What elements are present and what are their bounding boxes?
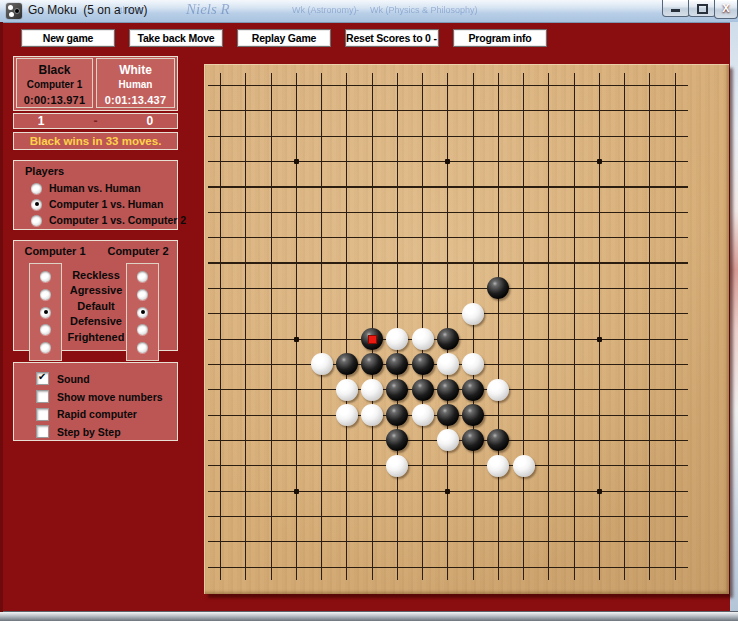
star-point [294,159,299,164]
options-group: SoundShow move numbersRapid computerStep… [13,362,178,441]
computer1-level-radio-default[interactable] [40,307,51,318]
toolbar-button-program-info[interactable]: Program info [453,29,547,47]
app-icon [6,3,22,19]
white-stone [412,328,434,350]
player-info-panel: Black Computer 1 0:00:13.971 White Human… [13,56,178,111]
level-label-defensive: Defensive [66,314,126,329]
window-left-border [0,22,3,612]
checkbox-show-move-numbers[interactable] [36,390,49,403]
window-bottom-border [0,611,738,621]
computer2-level-radio-reckless[interactable] [137,271,148,282]
players-options: Human vs. HumanComputer 1 vs. HumanCompu… [14,180,177,228]
black-player-box: Black Computer 1 0:00:13.971 [16,58,93,108]
black-stone [386,353,408,375]
computer1-header: Computer 1 [20,245,90,257]
black-stone [412,353,434,375]
black-player-name: Black [17,63,92,77]
toolbar-button-reset-scores-to-0-0[interactable]: Reset Scores to 0 - 0 [345,29,439,47]
checkbox-sound[interactable] [36,372,49,385]
white-stone [361,404,383,426]
players-radio-0[interactable] [31,183,42,194]
white-stone [487,379,509,401]
white-stone [513,455,535,477]
ghost-title: Wk (Physics & Philosophy) [370,5,478,15]
players-radio-2[interactable] [31,215,42,226]
option-label: Sound [57,373,90,385]
black-stone [437,328,459,350]
computer1-level-radio-reckless[interactable] [40,271,51,282]
white-stone [462,303,484,325]
result-message-box: Black wins in 33 moves. [13,132,178,150]
level-label-frightened: Frightened [66,330,126,345]
players-group-label: Players [25,165,64,177]
board-grid[interactable] [208,73,688,580]
level-label-agressive: Agressive [66,283,126,298]
black-stone [386,429,408,451]
black-stone [361,328,383,350]
toolbar-button-take-back-move[interactable]: Take back Move [129,29,223,47]
close-button[interactable]: X [714,0,738,19]
ghost-title: - [356,5,359,15]
black-stone [386,404,408,426]
toolbar-button-replay-game[interactable]: Replay Game [237,29,331,47]
score-white: 0 [123,114,177,128]
minimize-icon [671,9,680,12]
players-option-row: Human vs. Human [31,180,177,196]
computer2-level-radio-agressive[interactable] [137,289,148,300]
option-label: Rapid computer [57,408,137,420]
last-move-marker [368,335,377,344]
toolbar: New gameTake back MoveReplay GameReset S… [21,29,547,47]
computer2-level-radio-default[interactable] [137,307,148,318]
players-radio-label: Computer 1 vs. Computer 2 [49,214,186,226]
white-stone [437,429,459,451]
window-right-border [730,22,738,612]
maximize-icon [697,4,708,14]
computer2-level-radio-frightened[interactable] [137,342,148,353]
white-stone [412,404,434,426]
star-point [445,159,450,164]
star-point [294,489,299,494]
minimize-button[interactable] [662,0,690,17]
level-label-default: Default [66,299,126,314]
white-player-box: White Human 0:01:13.437 [96,58,175,108]
score-separator: - [68,114,122,128]
players-option-row: Computer 1 vs. Human [31,196,177,212]
computer2-level-radio-defensive[interactable] [137,324,148,335]
black-stone [412,379,434,401]
black-stone [386,379,408,401]
star-point [294,337,299,342]
computer1-level-radios [29,263,62,361]
option-label: Show move numbers [57,391,163,403]
black-player-type: Computer 1 [17,79,92,90]
checkbox-step-by-step[interactable] [36,425,49,438]
ghost-title: Wk (Astronomy) [292,5,357,15]
computer-settings-group: Computer 1 Computer 2 RecklessAgressiveD… [13,240,178,351]
computer1-level-radio-agressive[interactable] [40,289,51,300]
black-stone [462,379,484,401]
black-stone [437,404,459,426]
players-radio-label: Computer 1 vs. Human [49,198,163,210]
white-stone [336,379,358,401]
checkbox-rapid-computer[interactable] [36,408,49,421]
white-player-type: Human [97,79,174,90]
black-stone [462,429,484,451]
option-row: Sound [36,370,177,388]
white-stone [437,353,459,375]
star-point [597,159,602,164]
white-stone [386,328,408,350]
white-stone [361,379,383,401]
black-stone [437,379,459,401]
result-message: Black wins in 33 moves. [30,135,162,147]
players-option-row: Computer 1 vs. Computer 2 [31,212,177,228]
computer2-header: Computer 2 [103,245,173,257]
black-stone [361,353,383,375]
star-point [597,337,602,342]
maximize-button[interactable] [688,0,716,17]
black-stone [487,277,509,299]
computer1-level-radio-frightened[interactable] [40,342,51,353]
white-stone [311,353,333,375]
option-row: Step by Step [36,423,177,441]
players-radio-1[interactable] [31,199,42,210]
option-row: Rapid computer [36,405,177,423]
score-box: 1 - 0 [13,113,178,129]
star-point [445,489,450,494]
option-row: Show move numbers [36,388,177,406]
ghost-title: Niels R [186,1,230,18]
players-group: Players Human vs. HumanComputer 1 vs. Hu… [13,160,178,230]
white-stone [386,455,408,477]
ghost-title: this is [120,5,143,15]
white-stone [336,404,358,426]
star-point [597,489,602,494]
black-player-clock: 0:00:13.971 [17,94,92,106]
black-stone [336,353,358,375]
level-labels: RecklessAgressiveDefaultDefensiveFrighte… [66,268,126,345]
white-player-name: White [97,63,174,77]
white-stone [487,455,509,477]
option-label: Step by Step [57,426,121,438]
goban-board[interactable] [204,64,729,594]
computer2-level-radios [126,263,159,361]
toolbar-button-new-game[interactable]: New game [21,29,115,47]
computer1-level-radio-defensive[interactable] [40,324,51,335]
score-black: 1 [14,114,68,128]
options-rows: SoundShow move numbersRapid computerStep… [14,370,177,441]
players-radio-label: Human vs. Human [49,182,141,194]
level-label-reckless: Reckless [66,268,126,283]
white-player-clock: 0:01:13.437 [97,94,174,106]
black-stone [487,429,509,451]
white-stone [462,353,484,375]
black-stone [462,404,484,426]
titlebar: Go Moku (5 on a row) this isNiels RWk (A… [0,0,738,23]
